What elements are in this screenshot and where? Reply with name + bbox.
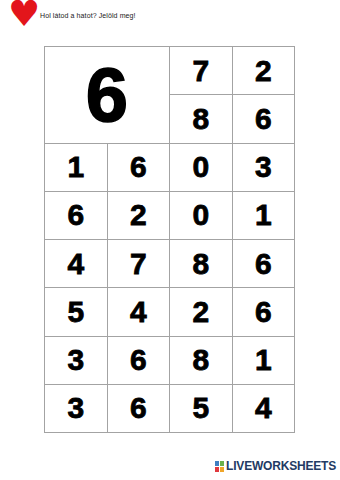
- logo-square-green: [220, 461, 224, 466]
- grid-cell-r7c2[interactable]: 6: [108, 337, 170, 384]
- logo-square-yellow: [220, 467, 224, 472]
- grid-cell-r3c4[interactable]: 3: [233, 144, 295, 191]
- big-six-cell[interactable]: 6: [45, 47, 169, 143]
- liveworksheets-icon: [215, 461, 224, 472]
- grid-cell-r2c3[interactable]: 8: [170, 95, 232, 142]
- grid-cell-r3c3[interactable]: 0: [170, 144, 232, 191]
- instruction-text: Hol látod a hatot? Jelöld meg!: [40, 12, 136, 19]
- grid-cell-r3c2[interactable]: 6: [108, 144, 170, 191]
- liveworksheets-logo[interactable]: LIVEWORKSHEETS: [215, 459, 336, 473]
- grid-cell-r1c3[interactable]: 7: [170, 47, 232, 94]
- grid-cell-r7c4[interactable]: 1: [233, 337, 295, 384]
- grid-cell-r8c2[interactable]: 6: [108, 385, 170, 432]
- grid-cell-r4c2[interactable]: 2: [108, 192, 170, 239]
- liveworksheets-wordmark: LIVEWORKSHEETS: [226, 459, 336, 473]
- logo-square-blue: [215, 461, 219, 466]
- number-grid: 6 7 2 8 6 1 6 0 3 6 2 0 1 4 7 8 6 5 4 2 …: [44, 46, 295, 433]
- grid-cell-r8c4[interactable]: 4: [233, 385, 295, 432]
- grid-cell-r3c1[interactable]: 1: [45, 144, 107, 191]
- grid-cell-r4c1[interactable]: 6: [45, 192, 107, 239]
- grid-cell-r5c4[interactable]: 6: [233, 240, 295, 287]
- grid-cell-r4c4[interactable]: 1: [233, 192, 295, 239]
- grid-cell-r7c3[interactable]: 8: [170, 337, 232, 384]
- grid-cell-r8c1[interactable]: 3: [45, 385, 107, 432]
- grid-cell-r6c1[interactable]: 5: [45, 288, 107, 335]
- grid-cell-r5c2[interactable]: 7: [108, 240, 170, 287]
- grid-cell-r1c4[interactable]: 2: [233, 47, 295, 94]
- grid-cell-r2c4[interactable]: 6: [233, 95, 295, 142]
- grid-cell-r8c3[interactable]: 5: [170, 385, 232, 432]
- grid-cell-r5c1[interactable]: 4: [45, 240, 107, 287]
- grid-cell-r6c4[interactable]: 6: [233, 288, 295, 335]
- grid-cell-r7c1[interactable]: 3: [45, 337, 107, 384]
- heart-icon: ♥: [8, 0, 40, 34]
- logo-square-red: [215, 467, 219, 472]
- grid-cell-r6c3[interactable]: 2: [170, 288, 232, 335]
- grid-cell-r5c3[interactable]: 8: [170, 240, 232, 287]
- grid-cell-r4c3[interactable]: 0: [170, 192, 232, 239]
- grid-cell-r6c2[interactable]: 4: [108, 288, 170, 335]
